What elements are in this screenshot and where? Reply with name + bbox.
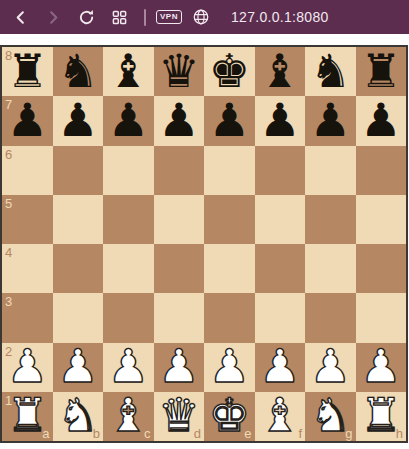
- piece-white-pawn[interactable]: ♟: [108, 343, 149, 389]
- piece-white-pawn[interactable]: ♟: [209, 343, 250, 389]
- piece-white-pawn[interactable]: ♟: [57, 343, 98, 389]
- square-e5[interactable]: [204, 195, 255, 244]
- square-a4[interactable]: 4: [2, 244, 53, 293]
- rank-label-6: 6: [5, 148, 12, 161]
- piece-black-rook[interactable]: ♜: [360, 48, 401, 94]
- square-g5[interactable]: [305, 195, 356, 244]
- piece-white-pawn[interactable]: ♟: [7, 343, 48, 389]
- piece-black-king[interactable]: ♚: [209, 48, 250, 94]
- square-h8[interactable]: ♜: [356, 47, 407, 96]
- square-a5[interactable]: 5: [2, 195, 53, 244]
- square-h3[interactable]: [356, 293, 407, 342]
- square-c1[interactable]: c♝: [103, 392, 154, 441]
- square-f4[interactable]: [255, 244, 306, 293]
- square-d1[interactable]: d♛: [154, 392, 205, 441]
- piece-white-pawn[interactable]: ♟: [310, 343, 351, 389]
- square-h1[interactable]: h♜: [356, 392, 407, 441]
- square-c5[interactable]: [103, 195, 154, 244]
- square-a8[interactable]: 8♜: [2, 47, 53, 96]
- square-h5[interactable]: [356, 195, 407, 244]
- square-d2[interactable]: ♟: [154, 343, 205, 392]
- square-e2[interactable]: ♟: [204, 343, 255, 392]
- piece-black-bishop[interactable]: ♝: [108, 48, 149, 94]
- square-c2[interactable]: ♟: [103, 343, 154, 392]
- square-e3[interactable]: [204, 293, 255, 342]
- browser-toolbar: VPN 127.0.0.1:8080: [0, 0, 409, 34]
- square-e8[interactable]: ♚: [204, 47, 255, 96]
- refresh-icon[interactable]: [76, 7, 96, 27]
- square-d8[interactable]: ♛: [154, 47, 205, 96]
- square-b1[interactable]: b♞: [53, 392, 104, 441]
- rank-label-3: 3: [5, 295, 12, 308]
- square-a1[interactable]: 1a♜: [2, 392, 53, 441]
- piece-white-pawn[interactable]: ♟: [158, 343, 199, 389]
- toolbar-divider: [144, 9, 146, 26]
- forward-icon[interactable]: [43, 7, 63, 27]
- square-b6[interactable]: [53, 146, 104, 195]
- square-a7[interactable]: 7♟: [2, 96, 53, 145]
- square-f7[interactable]: ♟: [255, 96, 306, 145]
- square-d6[interactable]: [154, 146, 205, 195]
- square-b8[interactable]: ♞: [53, 47, 104, 96]
- piece-black-bishop[interactable]: ♝: [259, 48, 300, 94]
- square-d5[interactable]: [154, 195, 205, 244]
- square-g8[interactable]: ♞: [305, 47, 356, 96]
- square-c6[interactable]: [103, 146, 154, 195]
- square-f8[interactable]: ♝: [255, 47, 306, 96]
- piece-black-pawn[interactable]: ♟: [158, 97, 199, 143]
- piece-black-rook[interactable]: ♜: [7, 48, 48, 94]
- square-g3[interactable]: [305, 293, 356, 342]
- piece-black-knight[interactable]: ♞: [57, 48, 98, 94]
- square-c7[interactable]: ♟: [103, 96, 154, 145]
- square-d3[interactable]: [154, 293, 205, 342]
- square-g4[interactable]: [305, 244, 356, 293]
- piece-white-bishop[interactable]: ♝: [259, 392, 300, 438]
- square-h7[interactable]: ♟: [356, 96, 407, 145]
- square-e1[interactable]: e♚: [204, 392, 255, 441]
- square-b4[interactable]: [53, 244, 104, 293]
- square-b2[interactable]: ♟: [53, 343, 104, 392]
- square-e4[interactable]: [204, 244, 255, 293]
- globe-icon[interactable]: [191, 7, 211, 27]
- piece-white-king[interactable]: ♚: [209, 392, 250, 438]
- chess-board: 8♜♞♝♛♚♝♞♜7♟♟♟♟♟♟♟♟65432♟♟♟♟♟♟♟♟1a♜b♞c♝d♛…: [0, 45, 408, 443]
- square-g7[interactable]: ♟: [305, 96, 356, 145]
- square-f5[interactable]: [255, 195, 306, 244]
- piece-white-rook[interactable]: ♜: [360, 392, 401, 438]
- square-f3[interactable]: [255, 293, 306, 342]
- square-a3[interactable]: 3: [2, 293, 53, 342]
- piece-black-pawn[interactable]: ♟: [209, 97, 250, 143]
- piece-white-knight[interactable]: ♞: [57, 392, 98, 438]
- piece-black-pawn[interactable]: ♟: [108, 97, 149, 143]
- square-h2[interactable]: ♟: [356, 343, 407, 392]
- square-a2[interactable]: 2♟: [2, 343, 53, 392]
- piece-black-pawn[interactable]: ♟: [57, 97, 98, 143]
- piece-black-pawn[interactable]: ♟: [360, 97, 401, 143]
- square-h4[interactable]: [356, 244, 407, 293]
- square-g2[interactable]: ♟: [305, 343, 356, 392]
- square-b3[interactable]: [53, 293, 104, 342]
- square-g1[interactable]: g♞: [305, 392, 356, 441]
- square-a6[interactable]: 6: [2, 146, 53, 195]
- piece-black-queen[interactable]: ♛: [158, 48, 199, 94]
- square-c3[interactable]: [103, 293, 154, 342]
- url-text[interactable]: 127.0.0.1:8080: [231, 9, 329, 25]
- piece-black-pawn[interactable]: ♟: [259, 97, 300, 143]
- square-e7[interactable]: ♟: [204, 96, 255, 145]
- square-e6[interactable]: [204, 146, 255, 195]
- square-f1[interactable]: f♝: [255, 392, 306, 441]
- square-b5[interactable]: [53, 195, 104, 244]
- square-h6[interactable]: [356, 146, 407, 195]
- piece-white-pawn[interactable]: ♟: [259, 343, 300, 389]
- back-icon[interactable]: [10, 7, 30, 27]
- piece-white-rook[interactable]: ♜: [7, 392, 48, 438]
- square-g6[interactable]: [305, 146, 356, 195]
- rank-label-5: 5: [5, 197, 12, 210]
- piece-black-pawn[interactable]: ♟: [7, 97, 48, 143]
- square-c4[interactable]: [103, 244, 154, 293]
- grid-icon[interactable]: [109, 7, 129, 27]
- square-c8[interactable]: ♝: [103, 47, 154, 96]
- square-d4[interactable]: [154, 244, 205, 293]
- piece-white-queen[interactable]: ♛: [158, 392, 199, 438]
- square-f2[interactable]: ♟: [255, 343, 306, 392]
- piece-black-pawn[interactable]: ♟: [310, 97, 351, 143]
- piece-black-knight[interactable]: ♞: [310, 48, 351, 94]
- vpn-badge[interactable]: VPN: [156, 10, 182, 24]
- rank-label-4: 4: [5, 246, 12, 259]
- square-b7[interactable]: ♟: [53, 96, 104, 145]
- square-f6[interactable]: [255, 146, 306, 195]
- piece-white-knight[interactable]: ♞: [310, 392, 351, 438]
- square-d7[interactable]: ♟: [154, 96, 205, 145]
- piece-white-pawn[interactable]: ♟: [360, 343, 401, 389]
- piece-white-bishop[interactable]: ♝: [108, 392, 149, 438]
